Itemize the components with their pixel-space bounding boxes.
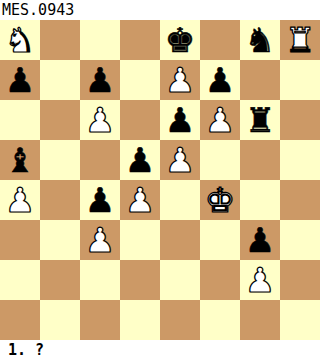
black-pawn-icon: ♟: [85, 180, 115, 220]
square-d6[interactable]: [120, 100, 160, 140]
square-e5[interactable]: ♟: [160, 140, 200, 180]
square-h2[interactable]: [280, 260, 320, 300]
white-pawn-icon: ♟: [5, 180, 35, 220]
white-pawn-icon: ♟: [125, 180, 155, 220]
square-c6[interactable]: ♟: [80, 100, 120, 140]
square-g4[interactable]: [240, 180, 280, 220]
square-c3[interactable]: ♟: [80, 220, 120, 260]
square-e1[interactable]: [160, 300, 200, 340]
square-a2[interactable]: [0, 260, 40, 300]
square-f4[interactable]: ♚: [200, 180, 240, 220]
square-a6[interactable]: [0, 100, 40, 140]
black-king-icon: ♚: [165, 20, 195, 60]
square-f5[interactable]: [200, 140, 240, 180]
white-pawn-icon: ♟: [165, 140, 195, 180]
black-bishop-icon: ♝: [5, 140, 35, 180]
square-d8[interactable]: [120, 20, 160, 60]
square-c1[interactable]: [80, 300, 120, 340]
square-h7[interactable]: [280, 60, 320, 100]
square-b2[interactable]: [40, 260, 80, 300]
square-b6[interactable]: [40, 100, 80, 140]
square-f7[interactable]: ♟: [200, 60, 240, 100]
square-d2[interactable]: [120, 260, 160, 300]
white-pawn-icon: ♟: [85, 220, 115, 260]
square-g3[interactable]: ♟: [240, 220, 280, 260]
square-a1[interactable]: [0, 300, 40, 340]
white-pawn-icon: ♟: [85, 100, 115, 140]
square-b4[interactable]: [40, 180, 80, 220]
square-c8[interactable]: [80, 20, 120, 60]
chess-puzzle-window: MES.0943 ♞♚♞♜♟♟♟♟♟♟♟♜♝♟♟♟♟♟♚♟♟♟ 1. ?: [0, 0, 320, 360]
square-e7[interactable]: ♟: [160, 60, 200, 100]
square-a8[interactable]: ♞: [0, 20, 40, 60]
square-c2[interactable]: [80, 260, 120, 300]
black-pawn-icon: ♟: [125, 140, 155, 180]
black-pawn-icon: ♟: [165, 100, 195, 140]
square-d4[interactable]: ♟: [120, 180, 160, 220]
square-c7[interactable]: ♟: [80, 60, 120, 100]
black-rook-icon: ♜: [245, 100, 275, 140]
square-h5[interactable]: [280, 140, 320, 180]
move-prompt: 1. ?: [0, 340, 320, 360]
chess-board: ♞♚♞♜♟♟♟♟♟♟♟♜♝♟♟♟♟♟♚♟♟♟: [0, 20, 320, 340]
square-b1[interactable]: [40, 300, 80, 340]
white-pawn-icon: ♟: [165, 60, 195, 100]
square-g6[interactable]: ♜: [240, 100, 280, 140]
square-g5[interactable]: [240, 140, 280, 180]
white-knight-icon: ♞: [5, 20, 35, 60]
square-e4[interactable]: [160, 180, 200, 220]
black-pawn-icon: ♟: [245, 220, 275, 260]
square-c4[interactable]: ♟: [80, 180, 120, 220]
black-pawn-icon: ♟: [5, 60, 35, 100]
square-g8[interactable]: ♞: [240, 20, 280, 60]
black-knight-icon: ♞: [245, 20, 275, 60]
square-c5[interactable]: [80, 140, 120, 180]
square-f3[interactable]: [200, 220, 240, 260]
square-b8[interactable]: [40, 20, 80, 60]
black-pawn-icon: ♟: [85, 60, 115, 100]
square-e3[interactable]: [160, 220, 200, 260]
square-g1[interactable]: [240, 300, 280, 340]
square-a7[interactable]: ♟: [0, 60, 40, 100]
square-h8[interactable]: ♜: [280, 20, 320, 60]
square-h1[interactable]: [280, 300, 320, 340]
square-d3[interactable]: [120, 220, 160, 260]
square-h6[interactable]: [280, 100, 320, 140]
square-f8[interactable]: [200, 20, 240, 60]
square-d1[interactable]: [120, 300, 160, 340]
puzzle-title: MES.0943: [0, 0, 320, 20]
square-h3[interactable]: [280, 220, 320, 260]
square-h4[interactable]: [280, 180, 320, 220]
square-a5[interactable]: ♝: [0, 140, 40, 180]
white-king-icon: ♚: [205, 180, 235, 220]
square-f1[interactable]: [200, 300, 240, 340]
square-a3[interactable]: [0, 220, 40, 260]
square-b3[interactable]: [40, 220, 80, 260]
square-g7[interactable]: [240, 60, 280, 100]
square-e2[interactable]: [160, 260, 200, 300]
square-f2[interactable]: [200, 260, 240, 300]
square-a4[interactable]: ♟: [0, 180, 40, 220]
square-e8[interactable]: ♚: [160, 20, 200, 60]
white-pawn-icon: ♟: [245, 260, 275, 300]
square-b7[interactable]: [40, 60, 80, 100]
square-f6[interactable]: ♟: [200, 100, 240, 140]
square-g2[interactable]: ♟: [240, 260, 280, 300]
white-rook-icon: ♜: [285, 20, 315, 60]
square-b5[interactable]: [40, 140, 80, 180]
white-pawn-icon: ♟: [205, 100, 235, 140]
square-d7[interactable]: [120, 60, 160, 100]
square-d5[interactable]: ♟: [120, 140, 160, 180]
black-pawn-icon: ♟: [205, 60, 235, 100]
square-e6[interactable]: ♟: [160, 100, 200, 140]
